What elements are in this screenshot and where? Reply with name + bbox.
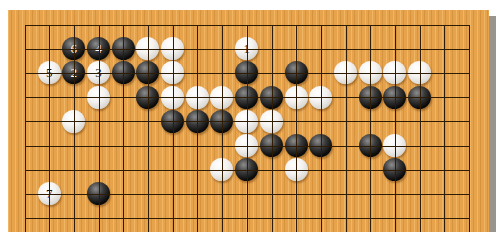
grid-line-vertical: [49, 25, 50, 233]
grid-line-horizontal: [25, 49, 471, 50]
grid-line-horizontal: [25, 218, 471, 219]
grid-line-vertical: [272, 25, 273, 233]
grid-line-horizontal: [25, 146, 471, 147]
go-board-surface[interactable]: 6415237: [8, 10, 489, 232]
grid-line-vertical: [123, 25, 124, 233]
grid-line-horizontal: [25, 170, 471, 171]
grid-line-vertical: [395, 25, 396, 233]
grid-line-vertical: [370, 25, 371, 233]
grid-line-vertical: [346, 25, 347, 233]
grid-line-horizontal: [25, 73, 471, 74]
grid-line-horizontal: [25, 25, 471, 26]
grid-line-vertical: [25, 25, 26, 233]
grid-line-horizontal: [25, 121, 471, 122]
go-diagram: 6415237: [0, 0, 500, 232]
grid-line-vertical: [99, 25, 100, 233]
grid-line-vertical: [469, 25, 470, 233]
board-edge-shadow: [489, 16, 496, 232]
grid-line-vertical: [222, 25, 223, 233]
grid-line-vertical: [197, 25, 198, 233]
grid-line-vertical: [74, 25, 75, 233]
grid-line-horizontal: [25, 194, 471, 195]
grid-line-vertical: [321, 25, 322, 233]
grid-line-vertical: [148, 25, 149, 233]
grid-line-vertical: [173, 25, 174, 233]
grid-line-vertical: [444, 25, 445, 233]
grid-line-vertical: [420, 25, 421, 233]
grid-line-vertical: [296, 25, 297, 233]
grid-line-vertical: [247, 25, 248, 233]
grid-line-horizontal: [25, 97, 471, 98]
